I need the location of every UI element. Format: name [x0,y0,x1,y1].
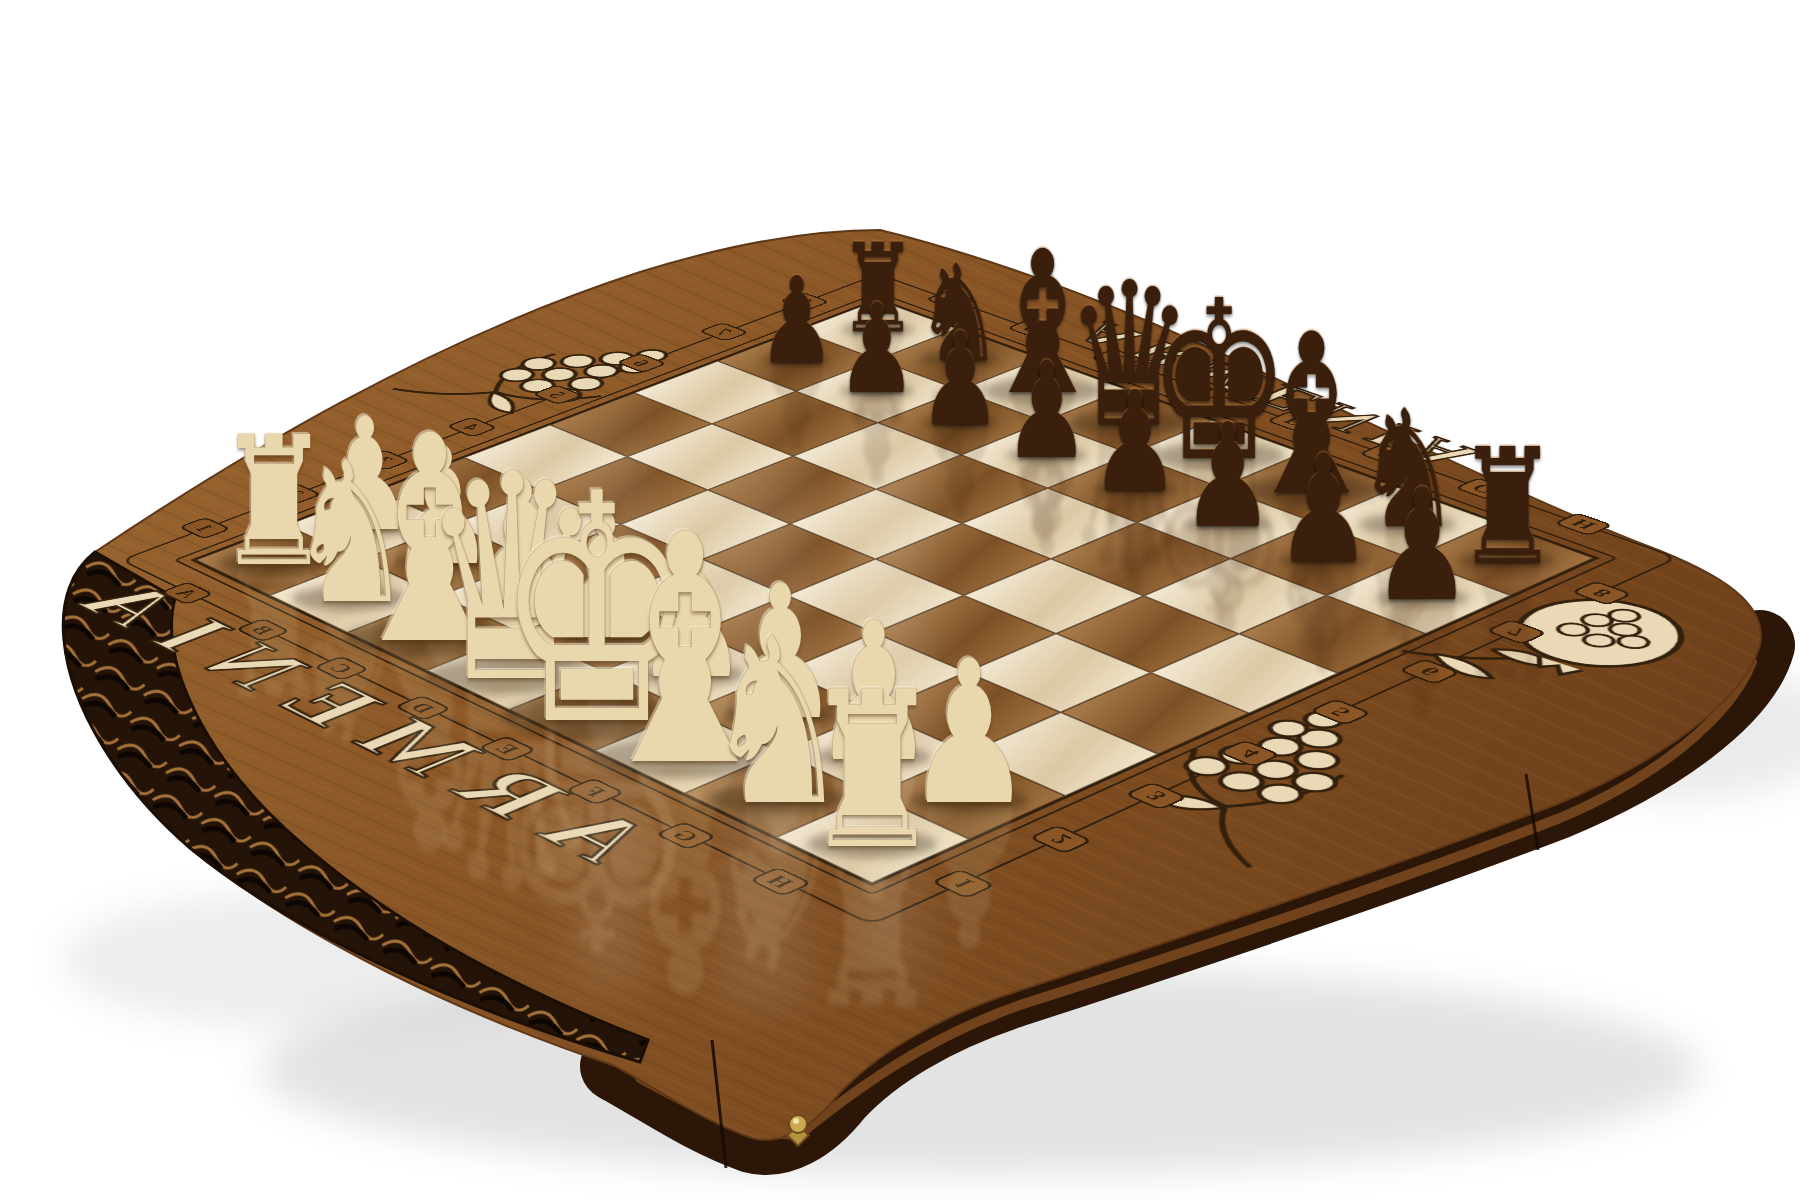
piece-black-pawn-h7[interactable]: ♟ [1367,469,1478,623]
piece-black-pawn-f7[interactable]: ♟ [1176,405,1279,549]
piece-black-pawn-g7[interactable]: ♟ [1270,436,1377,585]
piece-black-pawn-c7[interactable]: ♟ [914,316,1006,444]
product-photo-scene: ARMENIA ARMENIA [0,0,1800,1200]
piece-black-pawn-b7[interactable]: ♟ [832,288,921,412]
piece-black-pawn-e7[interactable]: ♟ [1086,374,1186,512]
piece-white-rook-h1[interactable]: ♜ [794,663,950,880]
piece-black-pawn-a7[interactable]: ♟ [753,261,839,380]
piece-black-pawn-d7[interactable]: ♟ [999,344,1095,477]
